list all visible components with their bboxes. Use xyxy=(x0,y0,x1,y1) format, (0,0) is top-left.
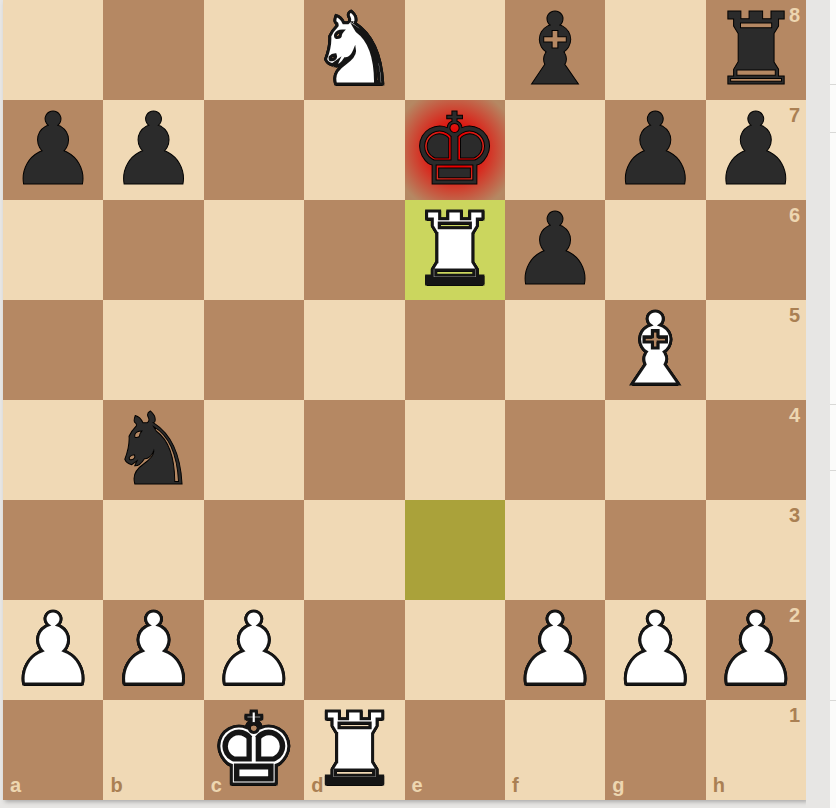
square-g5[interactable]: ♝ xyxy=(605,300,705,400)
panel-divider xyxy=(830,700,836,701)
coord-file-f: f xyxy=(512,774,519,797)
square-a1[interactable]: a xyxy=(3,700,103,800)
square-a5[interactable] xyxy=(3,300,103,400)
coord-file-h: h xyxy=(713,774,725,797)
square-g4[interactable] xyxy=(605,400,705,500)
square-h7[interactable]: ♟7 xyxy=(706,100,806,200)
coord-rank-1: 1 xyxy=(789,704,800,727)
white-pawn-a2[interactable]: ♟ xyxy=(8,600,98,700)
square-b5[interactable] xyxy=(103,300,203,400)
chess-board: ♞♝♜8♟♟♚♟♟7♜♟6♝5♞43♟♟♟♟♟♟2ab♚c♜defg1h xyxy=(3,0,806,800)
square-g7[interactable]: ♟ xyxy=(605,100,705,200)
black-pawn-f6[interactable]: ♟ xyxy=(510,200,600,300)
square-b6[interactable] xyxy=(103,200,203,300)
square-f8[interactable]: ♝ xyxy=(505,0,605,100)
square-f6[interactable]: ♟ xyxy=(505,200,605,300)
adjacent-panel-edge xyxy=(830,0,836,808)
square-b7[interactable]: ♟ xyxy=(103,100,203,200)
white-king-c1[interactable]: ♚ xyxy=(209,700,299,800)
coord-file-g: g xyxy=(612,774,624,797)
square-h4[interactable]: 4 xyxy=(706,400,806,500)
coord-file-b: b xyxy=(110,774,122,797)
square-b2[interactable]: ♟ xyxy=(103,600,203,700)
right-gutter xyxy=(806,0,830,808)
coord-file-a: a xyxy=(10,774,21,797)
square-a3[interactable] xyxy=(3,500,103,600)
square-e1[interactable]: e xyxy=(405,700,505,800)
white-rook-e6[interactable]: ♜ xyxy=(410,200,500,300)
square-h6[interactable]: 6 xyxy=(706,200,806,300)
square-g8[interactable] xyxy=(605,0,705,100)
coord-rank-4: 4 xyxy=(789,404,800,427)
square-b8[interactable] xyxy=(103,0,203,100)
square-e8[interactable] xyxy=(405,0,505,100)
square-d5[interactable] xyxy=(304,300,404,400)
coord-rank-5: 5 xyxy=(789,304,800,327)
square-c4[interactable] xyxy=(204,400,304,500)
square-g6[interactable] xyxy=(605,200,705,300)
square-h3[interactable]: 3 xyxy=(706,500,806,600)
square-c7[interactable] xyxy=(204,100,304,200)
square-a7[interactable]: ♟ xyxy=(3,100,103,200)
square-d8[interactable]: ♞ xyxy=(304,0,404,100)
square-g2[interactable]: ♟ xyxy=(605,600,705,700)
square-h5[interactable]: 5 xyxy=(706,300,806,400)
white-knight-d8[interactable]: ♞ xyxy=(309,0,399,100)
panel-divider xyxy=(830,470,836,471)
panel-divider xyxy=(830,132,836,133)
square-e3[interactable] xyxy=(405,500,505,600)
panel-divider xyxy=(830,404,836,405)
square-e4[interactable] xyxy=(405,400,505,500)
black-pawn-b7[interactable]: ♟ xyxy=(109,100,199,200)
square-g3[interactable] xyxy=(605,500,705,600)
square-f1[interactable]: f xyxy=(505,700,605,800)
white-pawn-h2[interactable]: ♟ xyxy=(711,600,801,700)
square-f4[interactable] xyxy=(505,400,605,500)
square-f2[interactable]: ♟ xyxy=(505,600,605,700)
square-f5[interactable] xyxy=(505,300,605,400)
white-pawn-c2[interactable]: ♟ xyxy=(209,600,299,700)
black-pawn-g7[interactable]: ♟ xyxy=(611,100,701,200)
white-pawn-b2[interactable]: ♟ xyxy=(109,600,199,700)
black-bishop-f8[interactable]: ♝ xyxy=(510,0,600,100)
black-pawn-h7[interactable]: ♟ xyxy=(711,100,801,200)
square-d6[interactable] xyxy=(304,200,404,300)
panel-divider xyxy=(830,84,836,85)
square-c6[interactable] xyxy=(204,200,304,300)
square-c8[interactable] xyxy=(204,0,304,100)
square-d4[interactable] xyxy=(304,400,404,500)
square-c1[interactable]: ♚c xyxy=(204,700,304,800)
square-d2[interactable] xyxy=(304,600,404,700)
square-e5[interactable] xyxy=(405,300,505,400)
square-f7[interactable] xyxy=(505,100,605,200)
square-h8[interactable]: ♜8 xyxy=(706,0,806,100)
square-h2[interactable]: ♟2 xyxy=(706,600,806,700)
square-b4[interactable]: ♞ xyxy=(103,400,203,500)
square-a2[interactable]: ♟ xyxy=(3,600,103,700)
coord-rank-3: 3 xyxy=(789,504,800,527)
square-c5[interactable] xyxy=(204,300,304,400)
square-c3[interactable] xyxy=(204,500,304,600)
square-b1[interactable]: b xyxy=(103,700,203,800)
square-e6[interactable]: ♜ xyxy=(405,200,505,300)
white-bishop-g5[interactable]: ♝ xyxy=(611,300,701,400)
square-b3[interactable] xyxy=(103,500,203,600)
black-king-e7[interactable]: ♚ xyxy=(410,100,500,200)
white-rook-d1[interactable]: ♜ xyxy=(309,700,399,800)
white-pawn-f2[interactable]: ♟ xyxy=(510,600,600,700)
coord-file-e: e xyxy=(412,774,423,797)
square-g1[interactable]: g xyxy=(605,700,705,800)
square-a8[interactable] xyxy=(3,0,103,100)
square-e7[interactable]: ♚ xyxy=(405,100,505,200)
square-d3[interactable] xyxy=(304,500,404,600)
square-h1[interactable]: 1h xyxy=(706,700,806,800)
white-pawn-g2[interactable]: ♟ xyxy=(611,600,701,700)
black-knight-b4[interactable]: ♞ xyxy=(109,400,199,500)
coord-rank-6: 6 xyxy=(789,204,800,227)
square-a4[interactable] xyxy=(3,400,103,500)
black-rook-h8[interactable]: ♜ xyxy=(711,0,801,100)
black-pawn-a7[interactable]: ♟ xyxy=(8,100,98,200)
square-f3[interactable] xyxy=(505,500,605,600)
square-e2[interactable] xyxy=(405,600,505,700)
square-d1[interactable]: ♜d xyxy=(304,700,404,800)
square-c2[interactable]: ♟ xyxy=(204,600,304,700)
square-d7[interactable] xyxy=(304,100,404,200)
square-a6[interactable] xyxy=(3,200,103,300)
